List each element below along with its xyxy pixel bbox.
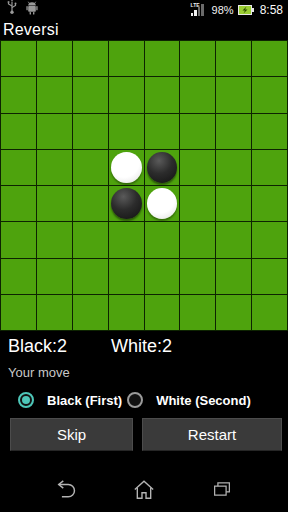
turn-indicator: Your move: [8, 365, 70, 380]
board-cell[interactable]: [109, 295, 144, 330]
board-cell[interactable]: [145, 259, 180, 294]
board-cell[interactable]: [73, 150, 108, 185]
board-cell[interactable]: [252, 222, 287, 257]
black-piece: [111, 188, 142, 219]
android-icon: [26, 1, 38, 19]
board-cell[interactable]: [145, 222, 180, 257]
board-cell[interactable]: [145, 186, 180, 221]
recents-icon[interactable]: [210, 477, 234, 501]
board-cell[interactable]: [37, 222, 72, 257]
home-icon[interactable]: [132, 477, 156, 501]
board-cell[interactable]: [109, 186, 144, 221]
board-cell[interactable]: [37, 259, 72, 294]
board-cell[interactable]: [109, 259, 144, 294]
board-cell[interactable]: [180, 41, 215, 76]
board-cell[interactable]: [73, 114, 108, 149]
board-cell[interactable]: [1, 222, 36, 257]
button-row: Skip Restart: [0, 418, 288, 451]
board-cell[interactable]: [109, 41, 144, 76]
phone-screen: LTE 98% 8:58 Reversi: [0, 0, 288, 512]
board-cell[interactable]: [216, 77, 251, 112]
back-icon[interactable]: [54, 477, 78, 501]
board-cell[interactable]: [73, 222, 108, 257]
white-piece: [147, 188, 178, 219]
board-cell[interactable]: [1, 150, 36, 185]
battery-icon: [238, 1, 254, 19]
board-cell[interactable]: [145, 150, 180, 185]
white-piece: [111, 152, 142, 183]
info-panel: Black:2 White:2 Your move Black (First) …: [0, 331, 288, 451]
board-cell[interactable]: [180, 259, 215, 294]
board-cell[interactable]: [216, 41, 251, 76]
board-cell[interactable]: [73, 41, 108, 76]
board-cell[interactable]: [180, 77, 215, 112]
board-cell[interactable]: [73, 77, 108, 112]
board-cell[interactable]: [1, 186, 36, 221]
board-cell[interactable]: [216, 259, 251, 294]
board-cell[interactable]: [252, 114, 287, 149]
board-cell[interactable]: [180, 295, 215, 330]
board-cell[interactable]: [109, 222, 144, 257]
radio-black-first[interactable]: [18, 392, 34, 408]
board-cell[interactable]: [252, 186, 287, 221]
board-cell[interactable]: [1, 41, 36, 76]
score-row: Black:2 White:2: [0, 331, 288, 357]
turn-row: Your move: [0, 357, 288, 381]
board-cell[interactable]: [37, 77, 72, 112]
board-cell[interactable]: [73, 186, 108, 221]
board-cell[interactable]: [37, 295, 72, 330]
board-cell[interactable]: [109, 114, 144, 149]
white-score: White:2: [111, 336, 172, 357]
board-cell[interactable]: [252, 77, 287, 112]
board-cell[interactable]: [1, 77, 36, 112]
reversi-board: [0, 40, 288, 331]
board-cell[interactable]: [73, 259, 108, 294]
restart-button[interactable]: Restart: [142, 418, 282, 451]
board-cell[interactable]: [145, 77, 180, 112]
board-cell[interactable]: [216, 114, 251, 149]
board-cell[interactable]: [216, 150, 251, 185]
radio-black-label[interactable]: Black (First): [47, 393, 122, 408]
board-cell[interactable]: [180, 150, 215, 185]
black-piece: [147, 152, 178, 183]
status-bar: LTE 98% 8:58: [0, 0, 288, 19]
board-cell[interactable]: [1, 259, 36, 294]
title-bar: Reversi: [0, 19, 288, 40]
board-cell[interactable]: [252, 295, 287, 330]
board-cell[interactable]: [109, 77, 144, 112]
board-cell[interactable]: [145, 295, 180, 330]
color-select-row: Black (First) White (Second): [0, 391, 288, 409]
board-cell[interactable]: [73, 295, 108, 330]
board-cell[interactable]: [216, 186, 251, 221]
board-cell[interactable]: [252, 259, 287, 294]
board-cell[interactable]: [216, 295, 251, 330]
skip-button[interactable]: Skip: [10, 418, 133, 451]
navigation-bar: [0, 466, 288, 512]
board-cell[interactable]: [109, 150, 144, 185]
usb-icon: [7, 0, 17, 19]
board-cell[interactable]: [1, 114, 36, 149]
board-cell[interactable]: [1, 295, 36, 330]
board-cell[interactable]: [37, 41, 72, 76]
black-score: Black:2: [8, 336, 67, 357]
clock: 8:58: [260, 3, 283, 17]
board-cell[interactable]: [216, 222, 251, 257]
board-cell[interactable]: [145, 41, 180, 76]
radio-white-label[interactable]: White (Second): [156, 393, 251, 408]
board-cell[interactable]: [180, 114, 215, 149]
signal-icon: LTE: [191, 3, 208, 17]
board-cell[interactable]: [252, 41, 287, 76]
board-cell[interactable]: [145, 114, 180, 149]
board-cell[interactable]: [37, 114, 72, 149]
board-cell[interactable]: [37, 186, 72, 221]
board-cell[interactable]: [180, 222, 215, 257]
app-title: Reversi: [0, 21, 59, 39]
board-cell[interactable]: [180, 186, 215, 221]
board-cell[interactable]: [37, 150, 72, 185]
board-cell[interactable]: [252, 150, 287, 185]
battery-percent: 98%: [212, 4, 234, 16]
radio-white-second[interactable]: [127, 392, 143, 408]
